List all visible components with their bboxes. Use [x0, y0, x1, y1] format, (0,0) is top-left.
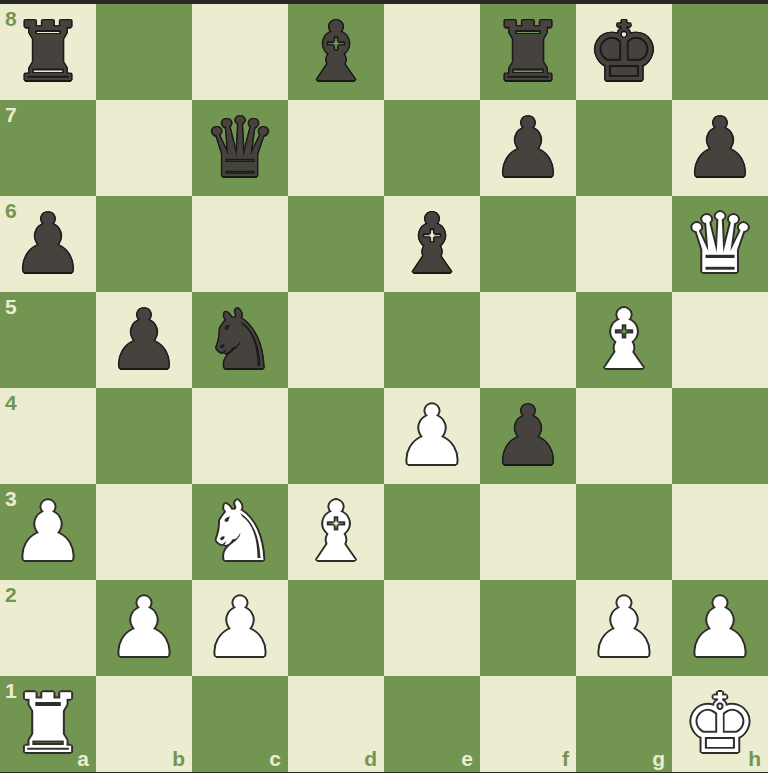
rank-label-7: 7 [5, 104, 17, 125]
square-b5[interactable]: ♟ [96, 292, 192, 388]
square-a5[interactable]: 5 [0, 292, 96, 388]
square-d4[interactable] [288, 388, 384, 484]
square-g7[interactable] [576, 100, 672, 196]
square-e3[interactable] [384, 484, 480, 580]
piece-black-king[interactable]: ♚ [576, 4, 672, 100]
chess-board: 8♜♝♜♚7♛♟♟6♟♝♛5♟♞♝4♟♟3♟♞♝2♟♟♟♟1a♜bcdefgh♚ [0, 4, 768, 772]
square-b3[interactable] [96, 484, 192, 580]
piece-black-pawn[interactable]: ♟ [672, 100, 768, 196]
piece-black-rook[interactable]: ♜ [480, 4, 576, 100]
square-b6[interactable] [96, 196, 192, 292]
square-a3[interactable]: 3♟ [0, 484, 96, 580]
piece-white-pawn[interactable]: ♟ [576, 580, 672, 676]
piece-white-king[interactable]: ♚ [672, 676, 768, 772]
square-h5[interactable] [672, 292, 768, 388]
square-f4[interactable]: ♟ [480, 388, 576, 484]
file-label-f: f [562, 748, 569, 769]
square-g5[interactable]: ♝ [576, 292, 672, 388]
piece-black-pawn[interactable]: ♟ [0, 196, 96, 292]
square-d6[interactable] [288, 196, 384, 292]
square-f7[interactable]: ♟ [480, 100, 576, 196]
piece-black-rook[interactable]: ♜ [0, 4, 96, 100]
square-c6[interactable] [192, 196, 288, 292]
square-c5[interactable]: ♞ [192, 292, 288, 388]
square-h6[interactable]: ♛ [672, 196, 768, 292]
square-c1[interactable]: c [192, 676, 288, 772]
square-c8[interactable] [192, 4, 288, 100]
square-a1[interactable]: 1a♜ [0, 676, 96, 772]
square-g3[interactable] [576, 484, 672, 580]
square-c4[interactable] [192, 388, 288, 484]
file-label-g: g [652, 748, 665, 769]
rank-label-4: 4 [5, 392, 17, 413]
square-c2[interactable]: ♟ [192, 580, 288, 676]
piece-white-pawn[interactable]: ♟ [96, 580, 192, 676]
square-c3[interactable]: ♞ [192, 484, 288, 580]
square-h2[interactable]: ♟ [672, 580, 768, 676]
square-f2[interactable] [480, 580, 576, 676]
square-b1[interactable]: b [96, 676, 192, 772]
square-e8[interactable] [384, 4, 480, 100]
square-e5[interactable] [384, 292, 480, 388]
square-e6[interactable]: ♝ [384, 196, 480, 292]
square-g6[interactable] [576, 196, 672, 292]
piece-white-pawn[interactable]: ♟ [672, 580, 768, 676]
square-f5[interactable] [480, 292, 576, 388]
rank-label-5: 5 [5, 296, 17, 317]
rank-label-2: 2 [5, 584, 17, 605]
piece-black-pawn[interactable]: ♟ [480, 388, 576, 484]
square-a8[interactable]: 8♜ [0, 4, 96, 100]
chess-board-screen: 8♜♝♜♚7♛♟♟6♟♝♛5♟♞♝4♟♟3♟♞♝2♟♟♟♟1a♜bcdefgh♚ [0, 0, 768, 773]
square-f1[interactable]: f [480, 676, 576, 772]
square-d3[interactable]: ♝ [288, 484, 384, 580]
piece-black-bishop[interactable]: ♝ [384, 196, 480, 292]
piece-black-bishop[interactable]: ♝ [288, 4, 384, 100]
square-c7[interactable]: ♛ [192, 100, 288, 196]
square-a6[interactable]: 6♟ [0, 196, 96, 292]
square-f3[interactable] [480, 484, 576, 580]
piece-white-pawn[interactable]: ♟ [0, 484, 96, 580]
piece-black-pawn[interactable]: ♟ [96, 292, 192, 388]
square-d1[interactable]: d [288, 676, 384, 772]
piece-white-bishop[interactable]: ♝ [576, 292, 672, 388]
file-label-e: e [461, 748, 473, 769]
piece-white-pawn[interactable]: ♟ [384, 388, 480, 484]
square-e2[interactable] [384, 580, 480, 676]
piece-white-pawn[interactable]: ♟ [192, 580, 288, 676]
square-h7[interactable]: ♟ [672, 100, 768, 196]
square-h4[interactable] [672, 388, 768, 484]
square-f6[interactable] [480, 196, 576, 292]
square-e1[interactable]: e [384, 676, 480, 772]
file-label-d: d [364, 748, 377, 769]
square-h1[interactable]: h♚ [672, 676, 768, 772]
piece-white-knight[interactable]: ♞ [192, 484, 288, 580]
piece-white-bishop[interactable]: ♝ [288, 484, 384, 580]
square-d8[interactable]: ♝ [288, 4, 384, 100]
piece-black-knight[interactable]: ♞ [192, 292, 288, 388]
square-e7[interactable] [384, 100, 480, 196]
square-h3[interactable] [672, 484, 768, 580]
square-b2[interactable]: ♟ [96, 580, 192, 676]
square-a7[interactable]: 7 [0, 100, 96, 196]
square-b7[interactable] [96, 100, 192, 196]
square-a4[interactable]: 4 [0, 388, 96, 484]
square-b4[interactable] [96, 388, 192, 484]
square-g1[interactable]: g [576, 676, 672, 772]
square-g8[interactable]: ♚ [576, 4, 672, 100]
piece-black-queen[interactable]: ♛ [192, 100, 288, 196]
file-label-b: b [172, 748, 185, 769]
square-d2[interactable] [288, 580, 384, 676]
square-h8[interactable] [672, 4, 768, 100]
piece-black-pawn[interactable]: ♟ [480, 100, 576, 196]
file-label-c: c [269, 748, 281, 769]
square-d5[interactable] [288, 292, 384, 388]
square-d7[interactable] [288, 100, 384, 196]
square-a2[interactable]: 2 [0, 580, 96, 676]
piece-white-rook[interactable]: ♜ [0, 676, 96, 772]
square-g4[interactable] [576, 388, 672, 484]
piece-white-queen[interactable]: ♛ [672, 196, 768, 292]
square-e4[interactable]: ♟ [384, 388, 480, 484]
square-b8[interactable] [96, 4, 192, 100]
square-f8[interactable]: ♜ [480, 4, 576, 100]
square-g2[interactable]: ♟ [576, 580, 672, 676]
